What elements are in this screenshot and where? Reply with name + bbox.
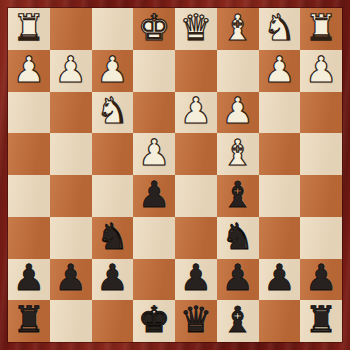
black-pawn[interactable]: ♟	[138, 177, 170, 213]
square-c6[interactable]: ♞	[217, 217, 259, 259]
square-g1[interactable]	[50, 8, 92, 50]
square-h8[interactable]: ♜	[8, 300, 50, 342]
square-b4[interactable]	[259, 133, 301, 175]
square-h6[interactable]	[8, 217, 50, 259]
black-rook[interactable]: ♜	[305, 302, 337, 338]
square-b3[interactable]	[259, 92, 301, 134]
square-f3[interactable]: ♞	[92, 92, 134, 134]
square-c3[interactable]: ♟	[217, 92, 259, 134]
square-e5[interactable]: ♟	[133, 175, 175, 217]
square-d6[interactable]	[175, 217, 217, 259]
white-king[interactable]: ♚	[138, 10, 170, 46]
square-h5[interactable]	[8, 175, 50, 217]
white-bishop[interactable]: ♝	[221, 10, 253, 46]
black-pawn[interactable]: ♟	[13, 260, 45, 296]
square-a6[interactable]	[300, 217, 342, 259]
square-b8[interactable]	[259, 300, 301, 342]
black-king[interactable]: ♚	[138, 302, 170, 338]
square-e7[interactable]	[133, 259, 175, 301]
black-pawn[interactable]: ♟	[221, 260, 253, 296]
square-d3[interactable]: ♟	[175, 92, 217, 134]
square-g7[interactable]: ♟	[50, 259, 92, 301]
square-c1[interactable]: ♝	[217, 8, 259, 50]
board-frame: ♜♚♛♝♞♜♟♟♟♟♟♞♟♟♟♝♟♝♞♞♟♟♟♟♟♟♟♜♚♛♝♜	[0, 0, 350, 350]
square-g2[interactable]: ♟	[50, 50, 92, 92]
square-c2[interactable]	[217, 50, 259, 92]
white-pawn[interactable]: ♟	[180, 93, 212, 129]
square-g5[interactable]	[50, 175, 92, 217]
black-bishop[interactable]: ♝	[221, 177, 253, 213]
square-g3[interactable]	[50, 92, 92, 134]
black-rook[interactable]: ♜	[13, 302, 45, 338]
square-c4[interactable]: ♝	[217, 133, 259, 175]
square-b5[interactable]	[259, 175, 301, 217]
square-a7[interactable]: ♟	[300, 259, 342, 301]
square-c8[interactable]: ♝	[217, 300, 259, 342]
square-c7[interactable]: ♟	[217, 259, 259, 301]
white-queen[interactable]: ♛	[180, 10, 212, 46]
white-rook[interactable]: ♜	[13, 10, 45, 46]
square-d7[interactable]: ♟	[175, 259, 217, 301]
square-b2[interactable]: ♟	[259, 50, 301, 92]
square-b7[interactable]: ♟	[259, 259, 301, 301]
white-knight[interactable]: ♞	[96, 93, 128, 129]
square-a1[interactable]: ♜	[300, 8, 342, 50]
square-b1[interactable]: ♞	[259, 8, 301, 50]
square-d5[interactable]	[175, 175, 217, 217]
white-pawn[interactable]: ♟	[263, 52, 295, 88]
white-rook[interactable]: ♜	[305, 10, 337, 46]
square-e4[interactable]: ♟	[133, 133, 175, 175]
white-pawn[interactable]: ♟	[96, 52, 128, 88]
white-pawn[interactable]: ♟	[138, 135, 170, 171]
square-f7[interactable]: ♟	[92, 259, 134, 301]
black-knight[interactable]: ♞	[96, 219, 128, 255]
square-f6[interactable]: ♞	[92, 217, 134, 259]
square-a3[interactable]	[300, 92, 342, 134]
square-a2[interactable]: ♟	[300, 50, 342, 92]
square-g4[interactable]	[50, 133, 92, 175]
black-bishop[interactable]: ♝	[221, 302, 253, 338]
square-e8[interactable]: ♚	[133, 300, 175, 342]
black-pawn[interactable]: ♟	[263, 260, 295, 296]
square-h1[interactable]: ♜	[8, 8, 50, 50]
square-h7[interactable]: ♟	[8, 259, 50, 301]
square-g8[interactable]	[50, 300, 92, 342]
square-e6[interactable]	[133, 217, 175, 259]
square-d8[interactable]: ♛	[175, 300, 217, 342]
square-h3[interactable]	[8, 92, 50, 134]
square-a8[interactable]: ♜	[300, 300, 342, 342]
square-f5[interactable]	[92, 175, 134, 217]
black-pawn[interactable]: ♟	[305, 260, 337, 296]
square-d4[interactable]	[175, 133, 217, 175]
black-pawn[interactable]: ♟	[96, 260, 128, 296]
white-knight[interactable]: ♞	[263, 10, 295, 46]
square-f4[interactable]	[92, 133, 134, 175]
white-bishop[interactable]: ♝	[221, 135, 253, 171]
square-f2[interactable]: ♟	[92, 50, 134, 92]
square-a5[interactable]	[300, 175, 342, 217]
square-f1[interactable]	[92, 8, 134, 50]
black-knight[interactable]: ♞	[221, 219, 253, 255]
square-e3[interactable]	[133, 92, 175, 134]
square-h4[interactable]	[8, 133, 50, 175]
square-d2[interactable]	[175, 50, 217, 92]
square-h2[interactable]: ♟	[8, 50, 50, 92]
square-a4[interactable]	[300, 133, 342, 175]
black-pawn[interactable]: ♟	[54, 260, 86, 296]
chess-board: ♜♚♛♝♞♜♟♟♟♟♟♞♟♟♟♝♟♝♞♞♟♟♟♟♟♟♟♜♚♛♝♜	[8, 8, 342, 342]
square-b6[interactable]	[259, 217, 301, 259]
black-queen[interactable]: ♛	[180, 302, 212, 338]
white-pawn[interactable]: ♟	[54, 52, 86, 88]
square-c5[interactable]: ♝	[217, 175, 259, 217]
square-g6[interactable]	[50, 217, 92, 259]
white-pawn[interactable]: ♟	[221, 93, 253, 129]
white-pawn[interactable]: ♟	[305, 52, 337, 88]
white-pawn[interactable]: ♟	[13, 52, 45, 88]
square-e1[interactable]: ♚	[133, 8, 175, 50]
square-d1[interactable]: ♛	[175, 8, 217, 50]
square-f8[interactable]	[92, 300, 134, 342]
black-pawn[interactable]: ♟	[180, 260, 212, 296]
square-e2[interactable]	[133, 50, 175, 92]
